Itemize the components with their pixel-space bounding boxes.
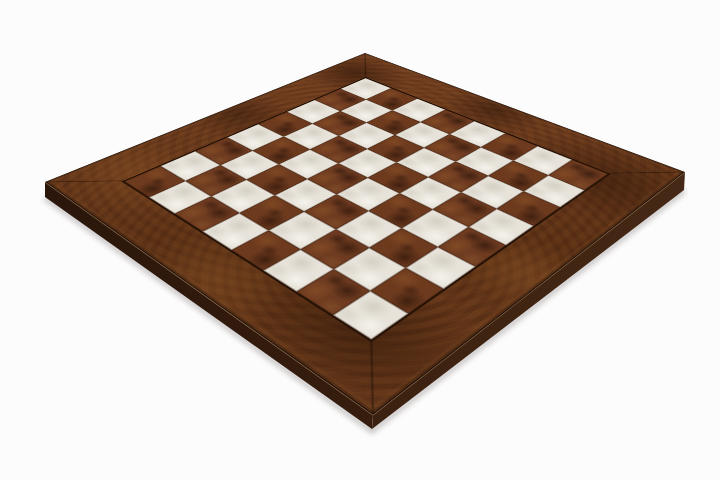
chess-board-photo	[0, 0, 720, 480]
